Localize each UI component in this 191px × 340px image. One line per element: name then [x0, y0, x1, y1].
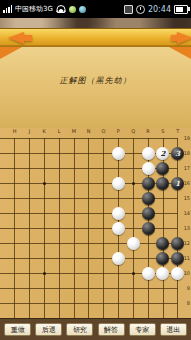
column-label: H: [10, 128, 20, 134]
clock-label: 20:44: [148, 5, 171, 14]
stone-white-Q12[interactable]: [127, 237, 140, 250]
stone-black-R14[interactable]: [142, 207, 155, 220]
star-point: [132, 182, 135, 185]
stone-black-T18[interactable]: 3: [171, 147, 184, 160]
answer-button[interactable]: 解答: [98, 323, 125, 336]
stone-black-S12[interactable]: [156, 237, 169, 250]
stone-white-P18[interactable]: [112, 147, 125, 160]
scroll-corner-left: [0, 47, 22, 59]
column-label: L: [54, 128, 64, 134]
stone-black-R16[interactable]: [142, 177, 155, 190]
stone-black-R15[interactable]: [142, 192, 155, 205]
screenshot-icon: [124, 5, 133, 14]
back-arrow-button[interactable]: [8, 32, 24, 44]
background-artwork: [0, 18, 191, 28]
go-app-screen: 中国移动3G 20:44 正解图（黑先劫） HJKLMNOPQRST191817…: [0, 0, 191, 340]
stone-black-S11[interactable]: [156, 252, 169, 265]
redo-button[interactable]: 重做: [4, 323, 31, 336]
column-label: O: [99, 128, 109, 134]
grid-hline: [0, 288, 178, 289]
stone-white-P13[interactable]: [112, 222, 125, 235]
undo-button[interactable]: 后退: [35, 323, 62, 336]
toolbar: 重做 后退 研究 解答 专家 退出: [0, 318, 191, 340]
problem-caption-panel: 正解图（黑先劫）: [0, 46, 191, 128]
row-label: 15: [180, 195, 190, 201]
grid-hline: [0, 258, 178, 259]
nav-bar: [0, 28, 191, 46]
grid-hline: [0, 303, 178, 304]
teal-status-icon: [79, 6, 86, 13]
stone-black-T16[interactable]: 1: [171, 177, 184, 190]
stone-black-S16[interactable]: [156, 177, 169, 190]
stone-black-S17[interactable]: [156, 162, 169, 175]
stone-black-T11[interactable]: [171, 252, 184, 265]
row-label: 9: [180, 285, 190, 291]
column-label: R: [143, 128, 153, 134]
column-label: M: [69, 128, 79, 134]
green-status-icon: [69, 6, 76, 13]
forward-arrow-button[interactable]: [177, 32, 191, 44]
stone-black-T12[interactable]: [171, 237, 184, 250]
star-point: [43, 272, 46, 275]
stone-white-R10[interactable]: [142, 267, 155, 280]
status-bar: 中国移动3G 20:44: [0, 0, 191, 18]
stone-white-R17[interactable]: [142, 162, 155, 175]
stone-white-P16[interactable]: [112, 177, 125, 190]
row-label: 19: [180, 135, 190, 141]
stone-white-S18[interactable]: 2: [156, 147, 169, 160]
study-button[interactable]: 研究: [66, 323, 93, 336]
battery-icon: [174, 5, 188, 14]
column-label: P: [113, 128, 123, 134]
column-label: S: [158, 128, 168, 134]
column-label: T: [173, 128, 183, 134]
stone-white-P11[interactable]: [112, 252, 125, 265]
row-label: 17: [180, 165, 190, 171]
column-label: Q: [128, 128, 138, 134]
expert-button[interactable]: 专家: [129, 323, 156, 336]
go-board[interactable]: HJKLMNOPQRST1918171615141312111098231: [0, 128, 191, 318]
column-label: K: [39, 128, 49, 134]
wifi-icon: [56, 5, 66, 13]
column-label: J: [24, 128, 34, 134]
stone-white-S10[interactable]: [156, 267, 169, 280]
star-point: [43, 182, 46, 185]
signal-icon: [3, 5, 12, 13]
stone-black-R13[interactable]: [142, 222, 155, 235]
stone-white-P14[interactable]: [112, 207, 125, 220]
stone-white-R18[interactable]: [142, 147, 155, 160]
column-label: N: [84, 128, 94, 134]
row-label: 8: [180, 300, 190, 306]
alarm-icon: [136, 5, 145, 14]
problem-caption: 正解图（黑先劫）: [0, 75, 191, 86]
carrier-label: 中国移动3G: [15, 4, 53, 14]
stone-white-T10[interactable]: [171, 267, 184, 280]
exit-button[interactable]: 退出: [160, 323, 187, 336]
star-point: [132, 272, 135, 275]
scroll-corner-right: [169, 47, 191, 59]
row-label: 14: [180, 210, 190, 216]
grid-hline: [0, 138, 178, 139]
grid-hline: [0, 243, 178, 244]
row-label: 13: [180, 225, 190, 231]
